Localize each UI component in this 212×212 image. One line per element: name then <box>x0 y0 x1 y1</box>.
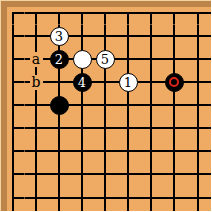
grid-cell <box>25 94 48 117</box>
stone-black-2: 2 <box>50 50 69 69</box>
grid-cell <box>186 186 212 212</box>
grid-cell <box>163 48 186 71</box>
grid-cell <box>140 94 163 117</box>
grid-cell <box>163 163 186 186</box>
stone-number: 3 <box>55 30 63 43</box>
stone-number: 4 <box>78 76 86 89</box>
go-board-grid: 32541ab <box>2 2 212 212</box>
grid-cell <box>48 117 71 140</box>
grid-cell <box>71 25 94 48</box>
grid-cell <box>71 186 94 212</box>
grid-cell <box>94 163 117 186</box>
grid-cell <box>48 163 71 186</box>
grid-cell <box>94 71 117 94</box>
grid-cell <box>25 117 48 140</box>
board-frame-highlight-top <box>0 0 211 1</box>
grid-cell <box>71 94 94 117</box>
grid-cell <box>163 140 186 163</box>
grid-cell <box>186 71 212 94</box>
circle-marker-icon <box>169 77 179 87</box>
stone-number: 2 <box>55 53 63 66</box>
grid-cell <box>117 186 140 212</box>
go-diagram: 32541ab <box>0 0 211 211</box>
grid-cell <box>140 140 163 163</box>
grid-cell <box>186 94 212 117</box>
grid-cell <box>94 186 117 212</box>
stone-white-5: 5 <box>96 50 115 69</box>
grid-cell <box>94 140 117 163</box>
grid-cell <box>117 140 140 163</box>
grid-cell <box>48 186 71 212</box>
board-frame-highlight-left <box>0 0 1 211</box>
grid-cell <box>163 186 186 212</box>
grid-cell <box>140 186 163 212</box>
grid-cell <box>186 48 212 71</box>
stone-black-4: 4 <box>73 73 92 92</box>
grid-cell <box>48 71 71 94</box>
stone-black-marked <box>165 73 184 92</box>
board-frame-left <box>1 0 7 211</box>
grid-cell <box>94 117 117 140</box>
grid-cell <box>94 25 117 48</box>
grid-cell <box>186 140 212 163</box>
stone-white-3: 3 <box>50 27 69 46</box>
grid-cell <box>117 48 140 71</box>
grid-cell <box>25 163 48 186</box>
grid-cell <box>186 25 212 48</box>
grid-cell <box>163 25 186 48</box>
grid-cell <box>140 48 163 71</box>
grid-cell <box>186 163 212 186</box>
grid-cell <box>25 25 48 48</box>
grid-cell <box>163 94 186 117</box>
stone-black <box>50 96 69 115</box>
stone-white-1: 1 <box>119 73 138 92</box>
grid-cell <box>48 140 71 163</box>
grid-cell <box>117 163 140 186</box>
grid-cell <box>140 163 163 186</box>
board-frame-top <box>0 1 211 7</box>
grid-cell <box>140 117 163 140</box>
grid-cell <box>71 163 94 186</box>
grid-cell <box>117 94 140 117</box>
grid-cell <box>117 117 140 140</box>
grid-cell <box>71 117 94 140</box>
grid-cell <box>140 71 163 94</box>
point-label-b: b <box>30 75 43 90</box>
stone-white <box>73 50 92 69</box>
grid-cell <box>117 25 140 48</box>
grid-cell <box>163 117 186 140</box>
grid-cell <box>186 117 212 140</box>
grid-cell <box>71 140 94 163</box>
grid-cell <box>25 186 48 212</box>
stone-number: 1 <box>124 76 132 89</box>
grid-cell <box>25 140 48 163</box>
grid-cell <box>94 94 117 117</box>
stone-number: 5 <box>101 53 109 66</box>
grid-cell <box>140 25 163 48</box>
point-label-a: a <box>30 52 43 67</box>
